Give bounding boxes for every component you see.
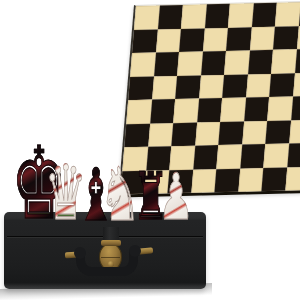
product-photo: ♚ ♛ ♝ ♞ ♜ ♟ [0,0,300,300]
board-square [287,143,300,167]
board-square [150,99,175,123]
board-square [195,122,220,146]
board-square [179,28,204,52]
board-square [246,73,271,97]
board-square [156,28,181,52]
board-square [214,168,239,192]
board-square [201,51,226,75]
board-square [228,3,253,27]
board-square [199,74,224,98]
board-square [244,97,269,121]
board-square [248,50,273,74]
board-square [261,167,286,191]
board-square [154,52,179,76]
board-square [128,76,153,100]
board-square [240,144,265,168]
board-square [124,123,149,147]
board-square [157,5,182,29]
board-square [238,168,263,192]
board-square [134,5,159,29]
board-square [197,98,222,122]
board-square [130,53,155,77]
board-square [218,121,243,145]
board-square [273,26,298,50]
board-square [269,73,294,97]
board-square [293,72,300,96]
board-square [220,97,245,121]
board-square [271,49,296,73]
board-square [285,167,300,191]
latch-brass-bar [101,240,121,246]
board-square [171,122,196,146]
board-square [175,75,200,99]
board-square [126,100,151,124]
board-square [250,26,275,50]
board-square [222,74,247,98]
board-square [267,96,292,120]
board-square [226,27,251,51]
board-square [204,4,229,28]
board-square [291,96,300,120]
board-square [132,29,157,53]
board-square [173,99,198,123]
handle-knob-right [129,245,141,257]
chess-piece-pawn: ♟ [156,165,196,229]
board-square [242,121,267,145]
board-square [251,3,276,27]
board-square [265,120,290,144]
board-square [148,123,173,147]
board-square [275,2,300,26]
board-square [263,144,288,168]
board-square [203,27,228,51]
board-square [295,49,300,73]
board-square [181,4,206,28]
board-square [289,119,300,143]
handle-knob-left [74,247,86,259]
board-square [216,145,241,169]
board-square [177,51,202,75]
board-square [193,145,218,169]
board-square [224,50,249,74]
board-square [152,76,177,100]
